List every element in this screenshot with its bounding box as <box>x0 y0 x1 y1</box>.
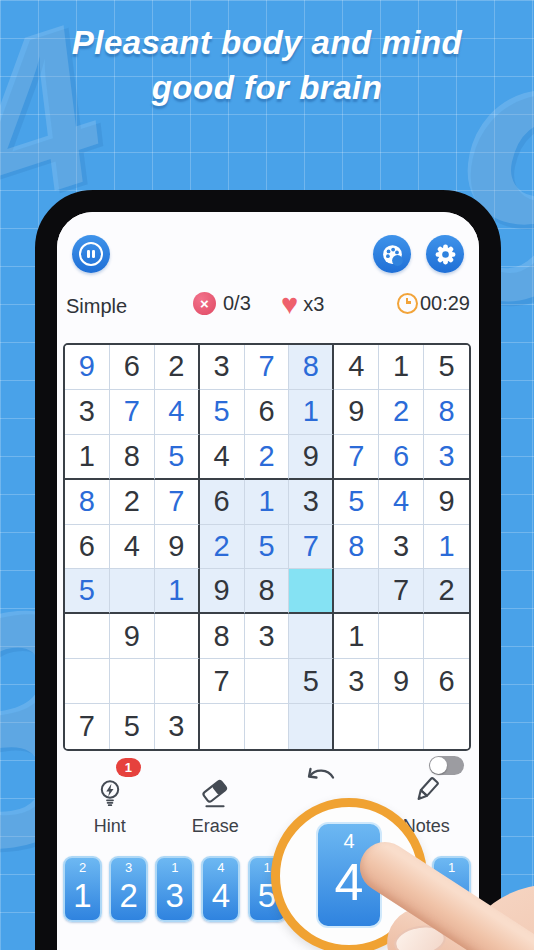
lives-value: x3 <box>303 293 324 316</box>
sudoku-cell-r9c8[interactable] <box>379 704 424 749</box>
sudoku-cell-r8c6[interactable]: 5 <box>289 659 334 704</box>
sudoku-cell-r9c1[interactable]: 7 <box>65 704 110 749</box>
game-screen: Simple × 0/3 ♥ x3 00:29 9623784153745619… <box>57 212 479 950</box>
sudoku-cell-r4c4[interactable]: 6 <box>200 480 245 525</box>
sudoku-cell-r5c8[interactable]: 3 <box>379 525 424 570</box>
sudoku-cell-r3c2[interactable]: 8 <box>110 435 155 480</box>
tile-digit: 4 <box>212 878 230 914</box>
sudoku-cell-r5c1[interactable]: 6 <box>65 525 110 570</box>
eraser-icon <box>199 778 231 810</box>
heart-icon: ♥ <box>281 292 298 316</box>
sudoku-cell-r1c8[interactable]: 1 <box>379 345 424 390</box>
sudoku-cell-r7c7[interactable]: 1 <box>334 614 379 659</box>
sudoku-cell-r7c8[interactable] <box>379 614 424 659</box>
sudoku-cell-r3c4[interactable]: 4 <box>200 435 245 480</box>
palette-icon <box>380 242 405 267</box>
tile-count: 1 <box>448 861 455 875</box>
status-bar: Simple × 0/3 ♥ x3 00:29 <box>57 292 479 322</box>
tile-count: 3 <box>125 861 132 875</box>
magnified-tile-digit: 4 <box>335 854 364 910</box>
sudoku-cell-r1c3[interactable]: 2 <box>155 345 200 390</box>
tile-count: 2 <box>79 861 86 875</box>
sudoku-cell-r4c3[interactable]: 7 <box>155 480 200 525</box>
sudoku-cell-r4c8[interactable]: 4 <box>379 480 424 525</box>
sudoku-cell-r4c6[interactable]: 3 <box>289 480 334 525</box>
x-circle-icon: × <box>193 292 216 315</box>
pencil-icon <box>408 774 444 810</box>
sudoku-cell-r6c5[interactable]: 8 <box>245 569 290 614</box>
sudoku-cell-r9c6[interactable] <box>289 704 334 749</box>
erase-label: Erase <box>192 816 239 836</box>
sudoku-cell-r4c5[interactable]: 1 <box>245 480 290 525</box>
number-tile-1[interactable]: 21 <box>63 856 102 922</box>
sudoku-cell-r6c2[interactable] <box>110 569 155 614</box>
sudoku-cell-r4c9[interactable]: 9 <box>424 480 469 525</box>
sudoku-cell-r8c4[interactable]: 7 <box>200 659 245 704</box>
sudoku-cell-r4c7[interactable]: 5 <box>334 480 379 525</box>
sudoku-cell-r8c5[interactable] <box>245 659 290 704</box>
sudoku-cell-r9c2[interactable]: 5 <box>110 704 155 749</box>
timer-value: 00:29 <box>420 292 470 315</box>
mistakes-value: 0/3 <box>223 292 251 315</box>
sudoku-cell-r5c3[interactable]: 9 <box>155 525 200 570</box>
sudoku-cell-r2c5[interactable]: 6 <box>245 390 290 435</box>
toggle-knob <box>430 757 447 774</box>
sudoku-cell-r8c8[interactable]: 9 <box>379 659 424 704</box>
sudoku-cell-r2c1[interactable]: 3 <box>65 390 110 435</box>
sudoku-cell-r9c7[interactable] <box>334 704 379 749</box>
sudoku-cell-r6c9[interactable]: 2 <box>424 569 469 614</box>
theme-button[interactable] <box>373 235 411 273</box>
sudoku-cell-r3c8[interactable]: 6 <box>379 435 424 480</box>
hint-label: Hint <box>94 816 126 836</box>
sudoku-cell-r7c2[interactable]: 9 <box>110 614 155 659</box>
sudoku-cell-r5c5[interactable]: 5 <box>245 525 290 570</box>
tile-count: 1 <box>263 861 270 875</box>
difficulty-label: Simple <box>66 295 127 318</box>
sudoku-cell-r9c9[interactable] <box>424 704 469 749</box>
sudoku-cell-r4c2[interactable]: 2 <box>110 480 155 525</box>
sudoku-cell-r7c3[interactable] <box>155 614 200 659</box>
sudoku-cell-r3c9[interactable]: 3 <box>424 435 469 480</box>
sudoku-cell-r2c3[interactable]: 4 <box>155 390 200 435</box>
clock-icon <box>397 293 418 314</box>
tile-count: 4 <box>217 861 224 875</box>
headline-line1: Pleasant body and mind <box>0 21 534 66</box>
sudoku-cell-r3c3[interactable]: 5 <box>155 435 200 480</box>
sudoku-cell-r6c6[interactable] <box>289 569 334 614</box>
hint-button[interactable]: 1 Hint <box>57 764 163 850</box>
sudoku-cell-r2c8[interactable]: 2 <box>379 390 424 435</box>
sudoku-cell-r3c7[interactable]: 7 <box>334 435 379 480</box>
sudoku-cell-r8c2[interactable] <box>110 659 155 704</box>
sudoku-cell-r5c6[interactable]: 7 <box>289 525 334 570</box>
undo-arrow-icon <box>300 764 342 796</box>
magnified-number-tile-4[interactable]: 4 4 <box>316 822 382 928</box>
erase-button[interactable]: Erase <box>163 764 269 850</box>
sudoku-cell-r6c7[interactable] <box>334 569 379 614</box>
notes-toggle[interactable] <box>429 756 464 775</box>
sudoku-cell-r8c7[interactable]: 3 <box>334 659 379 704</box>
sudoku-cell-r6c3[interactable]: 1 <box>155 569 200 614</box>
number-tile-4[interactable]: 44 <box>201 856 240 922</box>
headline-line2: good for brain <box>0 66 534 111</box>
sudoku-cell-r5c9[interactable]: 1 <box>424 525 469 570</box>
sudoku-cell-r7c6[interactable] <box>289 614 334 659</box>
sudoku-cell-r1c9[interactable]: 5 <box>424 345 469 390</box>
tile-digit: 1 <box>73 878 91 914</box>
hint-bulb-icon <box>95 778 125 810</box>
number-tile-9[interactable]: 19 <box>432 856 471 922</box>
number-tile-2[interactable]: 32 <box>109 856 148 922</box>
sudoku-cell-r2c6[interactable]: 1 <box>289 390 334 435</box>
sudoku-cell-r7c5[interactable]: 3 <box>245 614 290 659</box>
sudoku-cell-r1c6[interactable]: 8 <box>289 345 334 390</box>
sudoku-cell-r1c4[interactable]: 3 <box>200 345 245 390</box>
pause-icon <box>79 242 103 266</box>
tile-count: 1 <box>171 861 178 875</box>
sudoku-cell-r1c5[interactable]: 7 <box>245 345 290 390</box>
sudoku-cell-r4c1[interactable]: 8 <box>65 480 110 525</box>
sudoku-cell-r6c4[interactable]: 9 <box>200 569 245 614</box>
sudoku-cell-r6c8[interactable]: 7 <box>379 569 424 614</box>
magnifier-circle: 4 4 <box>271 798 427 950</box>
sudoku-cell-r8c9[interactable]: 6 <box>424 659 469 704</box>
sudoku-cell-r5c4[interactable]: 2 <box>200 525 245 570</box>
sudoku-cell-r5c2[interactable]: 4 <box>110 525 155 570</box>
sudoku-cell-r3c5[interactable]: 2 <box>245 435 290 480</box>
sudoku-cell-r9c5[interactable] <box>245 704 290 749</box>
sudoku-cell-r2c4[interactable]: 5 <box>200 390 245 435</box>
sudoku-cell-r9c3[interactable]: 3 <box>155 704 200 749</box>
sudoku-cell-r6c1[interactable]: 5 <box>65 569 110 614</box>
phone-frame: Simple × 0/3 ♥ x3 00:29 9623784153745619… <box>35 190 501 950</box>
lives-counter: ♥ x3 <box>281 292 324 316</box>
sudoku-cell-r8c3[interactable] <box>155 659 200 704</box>
sudoku-cell-r2c9[interactable]: 8 <box>424 390 469 435</box>
tile-digit: 2 <box>119 878 137 914</box>
sudoku-cell-r1c2[interactable]: 6 <box>110 345 155 390</box>
settings-button[interactable] <box>426 235 464 273</box>
magnified-tile-count: 4 <box>343 830 354 852</box>
sudoku-cell-r7c4[interactable]: 8 <box>200 614 245 659</box>
sudoku-cell-r9c4[interactable] <box>200 704 245 749</box>
mistakes-counter: × 0/3 <box>193 292 251 315</box>
gear-icon <box>433 242 458 267</box>
sudoku-cell-r2c7[interactable]: 9 <box>334 390 379 435</box>
sudoku-cell-r7c9[interactable] <box>424 614 469 659</box>
sudoku-cell-r1c1[interactable]: 9 <box>65 345 110 390</box>
sudoku-cell-r5c7[interactable]: 8 <box>334 525 379 570</box>
number-tile-3[interactable]: 13 <box>155 856 194 922</box>
hint-badge: 1 <box>116 758 141 777</box>
sudoku-cell-r1c7[interactable]: 4 <box>334 345 379 390</box>
sudoku-cell-r8c1[interactable] <box>65 659 110 704</box>
tile-digit: 9 <box>442 878 460 914</box>
marketing-headline: Pleasant body and mind good for brain <box>0 21 534 111</box>
tile-digit: 3 <box>166 878 184 914</box>
sudoku-cell-r3c6[interactable]: 9 <box>289 435 334 480</box>
sudoku-cell-r3c1[interactable]: 1 <box>65 435 110 480</box>
sudoku-cell-r7c1[interactable] <box>65 614 110 659</box>
timer: 00:29 <box>397 292 470 315</box>
sudoku-grid: 9623784153745619281854297638276135496492… <box>63 343 471 751</box>
sudoku-cell-r2c2[interactable]: 7 <box>110 390 155 435</box>
pause-button[interactable] <box>72 235 110 273</box>
